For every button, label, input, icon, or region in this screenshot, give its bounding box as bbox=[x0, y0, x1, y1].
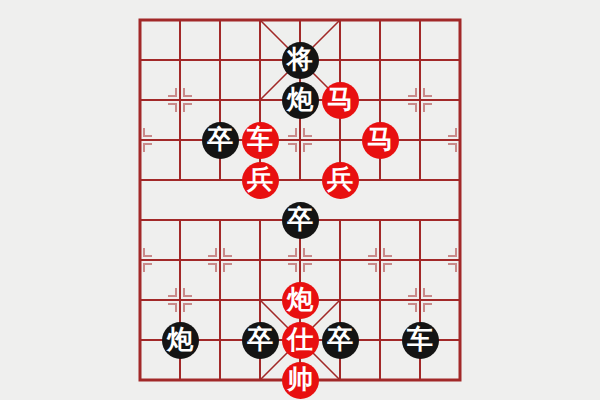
red-cannon-glyph: 炮 bbox=[287, 286, 313, 312]
piece-red-horse-1[interactable]: 马 bbox=[322, 82, 359, 119]
piece-red-pawn-2[interactable]: 兵 bbox=[322, 162, 359, 199]
piece-black-cannon-2[interactable]: 炮 bbox=[162, 322, 199, 359]
black-general-glyph: 将 bbox=[287, 46, 313, 72]
black-cannon-1-glyph: 炮 bbox=[287, 86, 313, 112]
piece-red-pawn-1[interactable]: 兵 bbox=[242, 162, 279, 199]
xiangqi-app-canvas: 将炮马卒车马兵兵卒炮炮卒仕卒车帅 bbox=[0, 0, 600, 400]
black-chariot-glyph: 车 bbox=[407, 326, 433, 352]
xiangqi-board: 将炮马卒车马兵兵卒炮炮卒仕卒车帅 bbox=[120, 0, 480, 400]
piece-black-cannon-1[interactable]: 炮 bbox=[282, 82, 319, 119]
piece-red-horse-2[interactable]: 马 bbox=[362, 122, 399, 159]
pieces-grid: 将炮马卒车马兵兵卒炮炮卒仕卒车帅 bbox=[120, 0, 480, 400]
black-pawn-2-glyph: 卒 bbox=[287, 206, 313, 232]
piece-red-cannon[interactable]: 炮 bbox=[282, 282, 319, 319]
red-general-glyph: 帅 bbox=[287, 366, 313, 392]
piece-red-chariot[interactable]: 车 bbox=[242, 122, 279, 159]
piece-black-pawn-4[interactable]: 卒 bbox=[322, 322, 359, 359]
piece-black-pawn-1[interactable]: 卒 bbox=[202, 122, 239, 159]
red-horse-1-glyph: 马 bbox=[327, 86, 353, 112]
piece-red-general[interactable]: 帅 bbox=[282, 362, 319, 399]
black-pawn-4-glyph: 卒 bbox=[327, 326, 353, 352]
red-pawn-2-glyph: 兵 bbox=[327, 166, 353, 192]
piece-black-chariot[interactable]: 车 bbox=[402, 322, 439, 359]
red-horse-2-glyph: 马 bbox=[367, 126, 393, 152]
black-pawn-3-glyph: 卒 bbox=[247, 326, 273, 352]
piece-black-pawn-2[interactable]: 卒 bbox=[282, 202, 319, 239]
red-pawn-1-glyph: 兵 bbox=[247, 166, 273, 192]
piece-black-pawn-3[interactable]: 卒 bbox=[242, 322, 279, 359]
piece-black-general[interactable]: 将 bbox=[282, 42, 319, 79]
black-pawn-1-glyph: 卒 bbox=[207, 126, 233, 152]
piece-red-advisor[interactable]: 仕 bbox=[282, 322, 319, 359]
black-cannon-2-glyph: 炮 bbox=[167, 326, 193, 352]
red-chariot-glyph: 车 bbox=[247, 126, 273, 152]
red-advisor-glyph: 仕 bbox=[287, 326, 313, 352]
